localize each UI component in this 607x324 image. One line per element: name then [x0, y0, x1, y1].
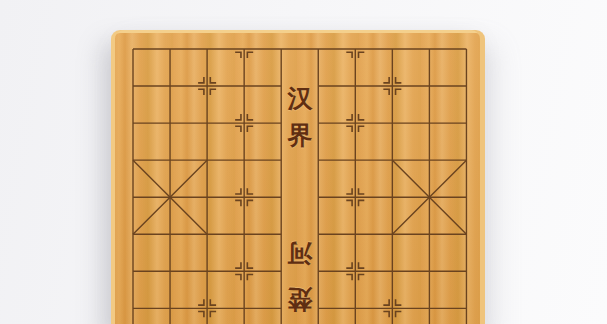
photo-stage: 汉界河楚 — [0, 0, 607, 324]
river-char-界: 界 — [285, 121, 315, 151]
board-grid — [111, 30, 485, 324]
river-char-汉: 汉 — [285, 84, 315, 114]
river-char-楚: 楚 — [285, 284, 315, 314]
xiangqi-board: 汉界河楚 — [111, 30, 485, 324]
river-char-河: 河 — [285, 238, 315, 268]
